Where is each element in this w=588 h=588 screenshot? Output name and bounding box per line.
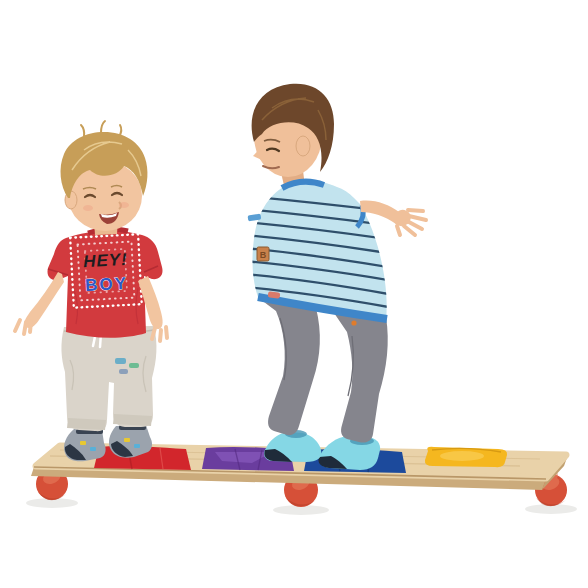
shirt-car-patch-2 [268,291,281,298]
cheek-blush-left [83,205,93,211]
boy-right-head [252,84,334,177]
boy-right: B [244,84,426,470]
balance-board-scene: HEY! BOY [0,0,588,588]
sock-car-print-4 [134,444,140,448]
product-photo: HEY! BOY [0,0,588,588]
shirt-b-patch: B [257,247,269,261]
sock-car-print-2 [90,447,96,451]
sock-car-print-3 [124,438,130,442]
shirt-text-hey: HEY! [83,250,129,271]
boy-left-pants [61,326,156,431]
beanbag-yellow [425,447,507,467]
ear [296,136,310,156]
left-cuff [67,418,106,430]
boy-left: HEY! BOY [15,121,167,461]
boy-right-back-leg [332,310,388,443]
cheek-blush-right [119,202,129,208]
shirt-patch-letter: B [260,250,267,260]
right-cuff [113,414,152,426]
boy-right-front-slipper [264,430,321,462]
shirt-text-boy: BOY [85,274,129,295]
boy-right-back-slipper [318,436,380,470]
sock-car-print-1 [80,441,86,445]
jeans-rivet [351,320,356,325]
boy-left-head [61,121,148,235]
yellow-highlight [440,451,484,461]
